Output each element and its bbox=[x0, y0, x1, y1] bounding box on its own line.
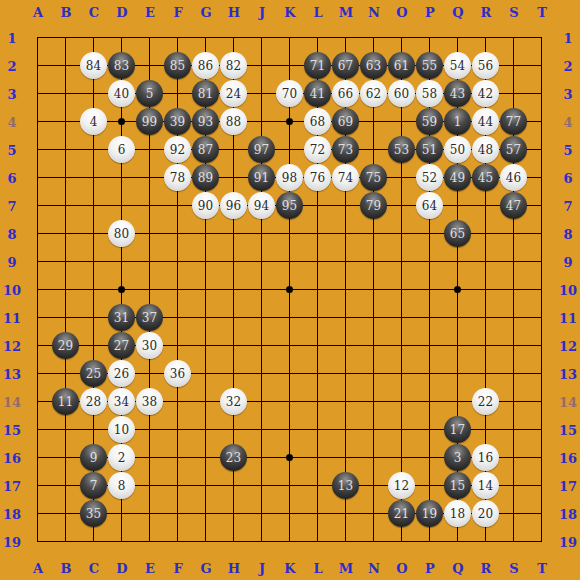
board-intersection[interactable]: 18 bbox=[444, 500, 472, 528]
board-intersection[interactable] bbox=[164, 416, 192, 444]
board-intersection[interactable]: 39 bbox=[164, 108, 192, 136]
board-intersection[interactable] bbox=[360, 388, 388, 416]
board-intersection[interactable] bbox=[24, 360, 52, 388]
board-intersection[interactable] bbox=[136, 276, 164, 304]
board-intersection[interactable] bbox=[220, 416, 248, 444]
board-intersection[interactable] bbox=[220, 500, 248, 528]
board-intersection[interactable] bbox=[164, 500, 192, 528]
board-intersection[interactable]: 13 bbox=[332, 472, 360, 500]
board-intersection[interactable] bbox=[220, 248, 248, 276]
board-intersection[interactable] bbox=[360, 528, 388, 556]
board-intersection[interactable] bbox=[276, 444, 304, 472]
board-intersection[interactable] bbox=[164, 24, 192, 52]
board-intersection[interactable] bbox=[388, 528, 416, 556]
board-intersection[interactable] bbox=[52, 360, 80, 388]
board-intersection[interactable]: 9 bbox=[80, 444, 108, 472]
board-intersection[interactable]: 92 bbox=[164, 136, 192, 164]
board-intersection[interactable] bbox=[192, 528, 220, 556]
board-intersection[interactable] bbox=[360, 304, 388, 332]
board-intersection[interactable]: 12 bbox=[388, 472, 416, 500]
board-intersection[interactable] bbox=[52, 52, 80, 80]
board-intersection[interactable] bbox=[220, 164, 248, 192]
board-intersection[interactable]: 38 bbox=[136, 388, 164, 416]
board-intersection[interactable] bbox=[500, 388, 528, 416]
board-intersection[interactable] bbox=[52, 136, 80, 164]
board-intersection[interactable] bbox=[332, 220, 360, 248]
board-intersection[interactable] bbox=[136, 220, 164, 248]
board-intersection[interactable] bbox=[472, 192, 500, 220]
board-intersection[interactable] bbox=[304, 304, 332, 332]
board-intersection[interactable] bbox=[136, 192, 164, 220]
board-intersection[interactable] bbox=[360, 360, 388, 388]
board-intersection[interactable] bbox=[164, 388, 192, 416]
board-intersection[interactable] bbox=[416, 472, 444, 500]
board-intersection[interactable] bbox=[220, 220, 248, 248]
board-intersection[interactable] bbox=[444, 360, 472, 388]
board-intersection[interactable]: 32 bbox=[220, 388, 248, 416]
board-intersection[interactable] bbox=[444, 276, 472, 304]
board-intersection[interactable] bbox=[528, 528, 556, 556]
board-intersection[interactable] bbox=[136, 472, 164, 500]
board-intersection[interactable] bbox=[528, 24, 556, 52]
board-intersection[interactable] bbox=[416, 416, 444, 444]
board-intersection[interactable] bbox=[220, 528, 248, 556]
board-intersection[interactable] bbox=[24, 220, 52, 248]
board-intersection[interactable] bbox=[24, 416, 52, 444]
board-intersection[interactable]: 8 bbox=[108, 472, 136, 500]
board-intersection[interactable] bbox=[164, 332, 192, 360]
board-intersection[interactable]: 23 bbox=[220, 444, 248, 472]
board-intersection[interactable] bbox=[276, 52, 304, 80]
board-intersection[interactable] bbox=[360, 276, 388, 304]
board-intersection[interactable] bbox=[500, 444, 528, 472]
board-intersection[interactable] bbox=[80, 248, 108, 276]
board-intersection[interactable] bbox=[136, 528, 164, 556]
board-intersection[interactable] bbox=[304, 416, 332, 444]
board-intersection[interactable] bbox=[416, 248, 444, 276]
board-intersection[interactable] bbox=[528, 472, 556, 500]
board-intersection[interactable] bbox=[276, 360, 304, 388]
board-intersection[interactable] bbox=[388, 416, 416, 444]
board-intersection[interactable] bbox=[528, 52, 556, 80]
board-intersection[interactable]: 88 bbox=[220, 108, 248, 136]
board-intersection[interactable] bbox=[360, 332, 388, 360]
board-intersection[interactable] bbox=[248, 360, 276, 388]
board-intersection[interactable]: 34 bbox=[108, 388, 136, 416]
board-intersection[interactable]: 36 bbox=[164, 360, 192, 388]
board-intersection[interactable] bbox=[220, 24, 248, 52]
board-intersection[interactable]: 6 bbox=[108, 136, 136, 164]
board-intersection[interactable] bbox=[192, 248, 220, 276]
board-intersection[interactable] bbox=[276, 304, 304, 332]
board-intersection[interactable] bbox=[500, 24, 528, 52]
board-intersection[interactable] bbox=[472, 304, 500, 332]
board-intersection[interactable] bbox=[472, 24, 500, 52]
board-intersection[interactable] bbox=[332, 416, 360, 444]
board-intersection[interactable] bbox=[136, 248, 164, 276]
board-intersection[interactable] bbox=[388, 304, 416, 332]
board-intersection[interactable] bbox=[276, 276, 304, 304]
board-intersection[interactable] bbox=[24, 164, 52, 192]
board-intersection[interactable]: 43 bbox=[444, 80, 472, 108]
board-intersection[interactable] bbox=[80, 276, 108, 304]
board-intersection[interactable] bbox=[276, 416, 304, 444]
board-intersection[interactable] bbox=[248, 472, 276, 500]
board-intersection[interactable] bbox=[500, 220, 528, 248]
board-intersection[interactable] bbox=[416, 332, 444, 360]
board-intersection[interactable]: 56 bbox=[472, 52, 500, 80]
board-intersection[interactable] bbox=[360, 472, 388, 500]
board-intersection[interactable] bbox=[248, 220, 276, 248]
board-intersection[interactable] bbox=[248, 416, 276, 444]
board-intersection[interactable]: 52 bbox=[416, 164, 444, 192]
board-intersection[interactable] bbox=[52, 528, 80, 556]
board-intersection[interactable] bbox=[108, 192, 136, 220]
board-intersection[interactable] bbox=[136, 164, 164, 192]
board-intersection[interactable] bbox=[388, 164, 416, 192]
board-intersection[interactable]: 68 bbox=[304, 108, 332, 136]
board-intersection[interactable] bbox=[136, 500, 164, 528]
board-intersection[interactable]: 77 bbox=[500, 108, 528, 136]
board-intersection[interactable] bbox=[388, 332, 416, 360]
board-intersection[interactable]: 2 bbox=[108, 444, 136, 472]
board-intersection[interactable]: 27 bbox=[108, 332, 136, 360]
board-intersection[interactable] bbox=[136, 444, 164, 472]
board-intersection[interactable] bbox=[52, 108, 80, 136]
board-intersection[interactable] bbox=[528, 388, 556, 416]
board-intersection[interactable] bbox=[52, 304, 80, 332]
board-intersection[interactable] bbox=[528, 332, 556, 360]
board-intersection[interactable] bbox=[24, 24, 52, 52]
board-intersection[interactable] bbox=[388, 388, 416, 416]
board-intersection[interactable] bbox=[444, 388, 472, 416]
board-intersection[interactable] bbox=[192, 388, 220, 416]
board-intersection[interactable] bbox=[164, 220, 192, 248]
board-intersection[interactable] bbox=[416, 24, 444, 52]
board-intersection[interactable]: 87 bbox=[192, 136, 220, 164]
board-intersection[interactable] bbox=[500, 248, 528, 276]
board-intersection[interactable] bbox=[332, 332, 360, 360]
board-intersection[interactable] bbox=[108, 500, 136, 528]
board-intersection[interactable] bbox=[276, 220, 304, 248]
board-intersection[interactable]: 78 bbox=[164, 164, 192, 192]
board-intersection[interactable] bbox=[164, 248, 192, 276]
board-intersection[interactable] bbox=[220, 276, 248, 304]
board-intersection[interactable] bbox=[80, 136, 108, 164]
board-intersection[interactable] bbox=[164, 80, 192, 108]
board-intersection[interactable] bbox=[80, 220, 108, 248]
board-intersection[interactable] bbox=[52, 472, 80, 500]
board-intersection[interactable]: 4 bbox=[80, 108, 108, 136]
board-intersection[interactable] bbox=[528, 192, 556, 220]
board-intersection[interactable] bbox=[80, 80, 108, 108]
board-intersection[interactable] bbox=[108, 164, 136, 192]
board-intersection[interactable] bbox=[220, 360, 248, 388]
board-intersection[interactable]: 29 bbox=[52, 332, 80, 360]
board-intersection[interactable] bbox=[52, 416, 80, 444]
board-intersection[interactable]: 21 bbox=[388, 500, 416, 528]
board-intersection[interactable]: 40 bbox=[108, 80, 136, 108]
board-intersection[interactable]: 35 bbox=[80, 500, 108, 528]
board-intersection[interactable] bbox=[108, 24, 136, 52]
board-intersection[interactable]: 64 bbox=[416, 192, 444, 220]
board-intersection[interactable]: 53 bbox=[388, 136, 416, 164]
board-intersection[interactable] bbox=[500, 528, 528, 556]
board-intersection[interactable] bbox=[276, 500, 304, 528]
board-intersection[interactable] bbox=[24, 304, 52, 332]
board-intersection[interactable]: 74 bbox=[332, 164, 360, 192]
board-intersection[interactable] bbox=[248, 24, 276, 52]
board-intersection[interactable]: 94 bbox=[248, 192, 276, 220]
board-intersection[interactable] bbox=[276, 136, 304, 164]
board-intersection[interactable]: 1 bbox=[444, 108, 472, 136]
board-intersection[interactable] bbox=[80, 192, 108, 220]
board-intersection[interactable] bbox=[192, 332, 220, 360]
board-intersection[interactable] bbox=[304, 220, 332, 248]
board-intersection[interactable] bbox=[416, 220, 444, 248]
board-intersection[interactable]: 95 bbox=[276, 192, 304, 220]
board-intersection[interactable] bbox=[472, 220, 500, 248]
board-intersection[interactable] bbox=[24, 500, 52, 528]
board-intersection[interactable] bbox=[164, 276, 192, 304]
board-intersection[interactable] bbox=[332, 500, 360, 528]
board-intersection[interactable]: 82 bbox=[220, 52, 248, 80]
board-intersection[interactable] bbox=[24, 248, 52, 276]
board-intersection[interactable] bbox=[472, 332, 500, 360]
board-intersection[interactable] bbox=[500, 416, 528, 444]
board-intersection[interactable]: 71 bbox=[304, 52, 332, 80]
board-intersection[interactable]: 66 bbox=[332, 80, 360, 108]
board-intersection[interactable] bbox=[164, 444, 192, 472]
board-intersection[interactable] bbox=[332, 248, 360, 276]
board-intersection[interactable]: 54 bbox=[444, 52, 472, 80]
board-intersection[interactable] bbox=[80, 24, 108, 52]
board-intersection[interactable] bbox=[500, 80, 528, 108]
board-intersection[interactable]: 11 bbox=[52, 388, 80, 416]
board-intersection[interactable] bbox=[248, 276, 276, 304]
board-intersection[interactable] bbox=[80, 416, 108, 444]
board-intersection[interactable] bbox=[304, 444, 332, 472]
board-intersection[interactable]: 65 bbox=[444, 220, 472, 248]
board-intersection[interactable]: 46 bbox=[500, 164, 528, 192]
board-intersection[interactable]: 3 bbox=[444, 444, 472, 472]
board-intersection[interactable] bbox=[276, 332, 304, 360]
board-intersection[interactable] bbox=[360, 136, 388, 164]
board-intersection[interactable]: 93 bbox=[192, 108, 220, 136]
board-intersection[interactable]: 85 bbox=[164, 52, 192, 80]
board-intersection[interactable]: 83 bbox=[108, 52, 136, 80]
board-intersection[interactable]: 75 bbox=[360, 164, 388, 192]
board-intersection[interactable] bbox=[248, 80, 276, 108]
board-intersection[interactable]: 89 bbox=[192, 164, 220, 192]
board-intersection[interactable]: 47 bbox=[500, 192, 528, 220]
board-intersection[interactable] bbox=[248, 108, 276, 136]
board-intersection[interactable] bbox=[220, 472, 248, 500]
board-intersection[interactable] bbox=[388, 444, 416, 472]
board-intersection[interactable] bbox=[444, 24, 472, 52]
board-intersection[interactable]: 97 bbox=[248, 136, 276, 164]
board-intersection[interactable] bbox=[24, 52, 52, 80]
board-intersection[interactable] bbox=[444, 528, 472, 556]
board-intersection[interactable] bbox=[80, 332, 108, 360]
board-intersection[interactable]: 60 bbox=[388, 80, 416, 108]
board-intersection[interactable]: 55 bbox=[416, 52, 444, 80]
board-intersection[interactable] bbox=[388, 220, 416, 248]
board-intersection[interactable] bbox=[80, 528, 108, 556]
board-intersection[interactable] bbox=[388, 24, 416, 52]
board-intersection[interactable] bbox=[360, 24, 388, 52]
board-intersection[interactable] bbox=[192, 220, 220, 248]
board-intersection[interactable] bbox=[416, 360, 444, 388]
board-intersection[interactable] bbox=[472, 248, 500, 276]
board-intersection[interactable] bbox=[500, 276, 528, 304]
board-intersection[interactable] bbox=[164, 304, 192, 332]
board-intersection[interactable] bbox=[304, 276, 332, 304]
board-intersection[interactable]: 90 bbox=[192, 192, 220, 220]
board-intersection[interactable] bbox=[332, 360, 360, 388]
board-intersection[interactable] bbox=[24, 80, 52, 108]
board-intersection[interactable]: 19 bbox=[416, 500, 444, 528]
board-intersection[interactable]: 15 bbox=[444, 472, 472, 500]
board-intersection[interactable] bbox=[24, 444, 52, 472]
board-intersection[interactable] bbox=[500, 52, 528, 80]
board-intersection[interactable] bbox=[80, 164, 108, 192]
board-intersection[interactable] bbox=[276, 248, 304, 276]
board-intersection[interactable] bbox=[360, 220, 388, 248]
board-intersection[interactable] bbox=[360, 416, 388, 444]
board-intersection[interactable] bbox=[444, 192, 472, 220]
board-intersection[interactable] bbox=[528, 360, 556, 388]
board-intersection[interactable] bbox=[52, 80, 80, 108]
board-intersection[interactable] bbox=[24, 108, 52, 136]
board-intersection[interactable]: 79 bbox=[360, 192, 388, 220]
board-intersection[interactable]: 5 bbox=[136, 80, 164, 108]
board-intersection[interactable] bbox=[192, 472, 220, 500]
board-intersection[interactable] bbox=[192, 304, 220, 332]
board-intersection[interactable]: 72 bbox=[304, 136, 332, 164]
board-intersection[interactable] bbox=[248, 444, 276, 472]
board-intersection[interactable]: 98 bbox=[276, 164, 304, 192]
board-intersection[interactable]: 31 bbox=[108, 304, 136, 332]
board-intersection[interactable]: 25 bbox=[80, 360, 108, 388]
board-intersection[interactable] bbox=[52, 500, 80, 528]
board-intersection[interactable] bbox=[332, 388, 360, 416]
board-intersection[interactable] bbox=[24, 192, 52, 220]
board-intersection[interactable] bbox=[276, 388, 304, 416]
board-intersection[interactable] bbox=[528, 164, 556, 192]
board-intersection[interactable] bbox=[248, 528, 276, 556]
board-intersection[interactable]: 45 bbox=[472, 164, 500, 192]
board-intersection[interactable]: 17 bbox=[444, 416, 472, 444]
board-intersection[interactable] bbox=[24, 136, 52, 164]
board-intersection[interactable]: 48 bbox=[472, 136, 500, 164]
board-intersection[interactable] bbox=[528, 416, 556, 444]
board-intersection[interactable] bbox=[388, 108, 416, 136]
board-intersection[interactable] bbox=[136, 360, 164, 388]
board-intersection[interactable] bbox=[192, 360, 220, 388]
board-intersection[interactable] bbox=[80, 304, 108, 332]
board-intersection[interactable]: 58 bbox=[416, 80, 444, 108]
board-intersection[interactable] bbox=[332, 304, 360, 332]
board-intersection[interactable] bbox=[388, 276, 416, 304]
board-intersection[interactable] bbox=[528, 444, 556, 472]
board-intersection[interactable] bbox=[304, 388, 332, 416]
board-intersection[interactable] bbox=[276, 24, 304, 52]
board-intersection[interactable]: 10 bbox=[108, 416, 136, 444]
board-intersection[interactable]: 81 bbox=[192, 80, 220, 108]
board-intersection[interactable] bbox=[416, 304, 444, 332]
board-intersection[interactable]: 84 bbox=[80, 52, 108, 80]
board-intersection[interactable] bbox=[304, 360, 332, 388]
board-intersection[interactable] bbox=[388, 192, 416, 220]
board-intersection[interactable] bbox=[444, 332, 472, 360]
board-intersection[interactable] bbox=[304, 24, 332, 52]
board-intersection[interactable] bbox=[24, 332, 52, 360]
board-intersection[interactable] bbox=[500, 500, 528, 528]
board-intersection[interactable] bbox=[136, 416, 164, 444]
board-intersection[interactable]: 41 bbox=[304, 80, 332, 108]
board-intersection[interactable] bbox=[108, 108, 136, 136]
board-intersection[interactable] bbox=[528, 136, 556, 164]
board-intersection[interactable] bbox=[304, 332, 332, 360]
board-intersection[interactable]: 51 bbox=[416, 136, 444, 164]
board-intersection[interactable] bbox=[332, 528, 360, 556]
board-intersection[interactable] bbox=[52, 276, 80, 304]
board-intersection[interactable] bbox=[276, 528, 304, 556]
board-intersection[interactable]: 30 bbox=[136, 332, 164, 360]
board-intersection[interactable] bbox=[24, 276, 52, 304]
board-intersection[interactable]: 14 bbox=[472, 472, 500, 500]
board-intersection[interactable]: 59 bbox=[416, 108, 444, 136]
board-intersection[interactable] bbox=[304, 248, 332, 276]
board-intersection[interactable] bbox=[192, 500, 220, 528]
board-intersection[interactable] bbox=[472, 528, 500, 556]
board-intersection[interactable]: 70 bbox=[276, 80, 304, 108]
board-intersection[interactable] bbox=[360, 108, 388, 136]
board-intersection[interactable] bbox=[220, 304, 248, 332]
board-intersection[interactable] bbox=[164, 528, 192, 556]
board-intersection[interactable] bbox=[332, 276, 360, 304]
board-intersection[interactable] bbox=[332, 24, 360, 52]
board-intersection[interactable] bbox=[220, 332, 248, 360]
board-intersection[interactable]: 22 bbox=[472, 388, 500, 416]
board-intersection[interactable] bbox=[248, 248, 276, 276]
board-intersection[interactable] bbox=[220, 136, 248, 164]
board-intersection[interactable] bbox=[276, 472, 304, 500]
board-intersection[interactable] bbox=[332, 192, 360, 220]
board-intersection[interactable]: 67 bbox=[332, 52, 360, 80]
board-intersection[interactable]: 26 bbox=[108, 360, 136, 388]
board-intersection[interactable] bbox=[248, 388, 276, 416]
board-intersection[interactable]: 61 bbox=[388, 52, 416, 80]
board-intersection[interactable] bbox=[24, 388, 52, 416]
board-intersection[interactable] bbox=[136, 52, 164, 80]
board-intersection[interactable] bbox=[528, 276, 556, 304]
board-intersection[interactable] bbox=[444, 248, 472, 276]
board-intersection[interactable]: 20 bbox=[472, 500, 500, 528]
board-intersection[interactable] bbox=[276, 108, 304, 136]
board-intersection[interactable] bbox=[472, 276, 500, 304]
board-intersection[interactable]: 91 bbox=[248, 164, 276, 192]
board-intersection[interactable] bbox=[360, 444, 388, 472]
board-intersection[interactable] bbox=[164, 192, 192, 220]
board-intersection[interactable] bbox=[192, 24, 220, 52]
board-intersection[interactable]: 28 bbox=[80, 388, 108, 416]
board-intersection[interactable]: 80 bbox=[108, 220, 136, 248]
board-intersection[interactable] bbox=[416, 388, 444, 416]
board-intersection[interactable] bbox=[164, 472, 192, 500]
board-intersection[interactable] bbox=[304, 528, 332, 556]
